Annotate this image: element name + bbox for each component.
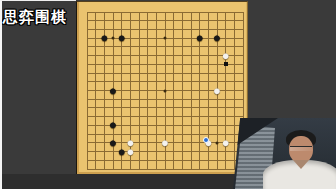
star-point (112, 37, 115, 40)
grid-line-h (87, 169, 243, 170)
white-stone: ● (221, 138, 231, 148)
grid-line-v (191, 12, 192, 169)
grid-line-v (182, 12, 183, 169)
go-board[interactable]: ●●●●●●●●●●●●●●● (76, 1, 248, 175)
board-grid: ●●●●●●●●●●●●●●● (87, 12, 243, 169)
grid-line-h (87, 160, 243, 161)
black-stone: ● (99, 33, 109, 43)
star-point (164, 89, 167, 92)
grid-line-h (87, 151, 243, 152)
square-marker-icon (224, 62, 228, 66)
star-point (164, 37, 167, 40)
black-stone: ● (212, 33, 222, 43)
black-stone: ● (117, 33, 127, 43)
last-move-marker-icon (203, 137, 209, 143)
grid-line-h (87, 99, 243, 100)
window-top-border (0, 0, 76, 1)
app-title: 思弈围棋 (3, 8, 67, 27)
white-stone: ● (221, 51, 231, 61)
grid-line-v (234, 12, 235, 169)
person-glasses (290, 146, 312, 151)
grid-line-h (87, 107, 243, 108)
black-stone: ● (108, 86, 118, 96)
grid-line-v (173, 12, 174, 169)
window-left-border (0, 0, 2, 189)
white-stone: ● (125, 147, 135, 157)
white-stone: ● (212, 86, 222, 96)
webcam-video (233, 118, 336, 189)
black-stone: ● (195, 33, 205, 43)
white-stone: ● (160, 138, 170, 148)
black-stone: ● (108, 120, 118, 130)
star-point (216, 141, 219, 144)
